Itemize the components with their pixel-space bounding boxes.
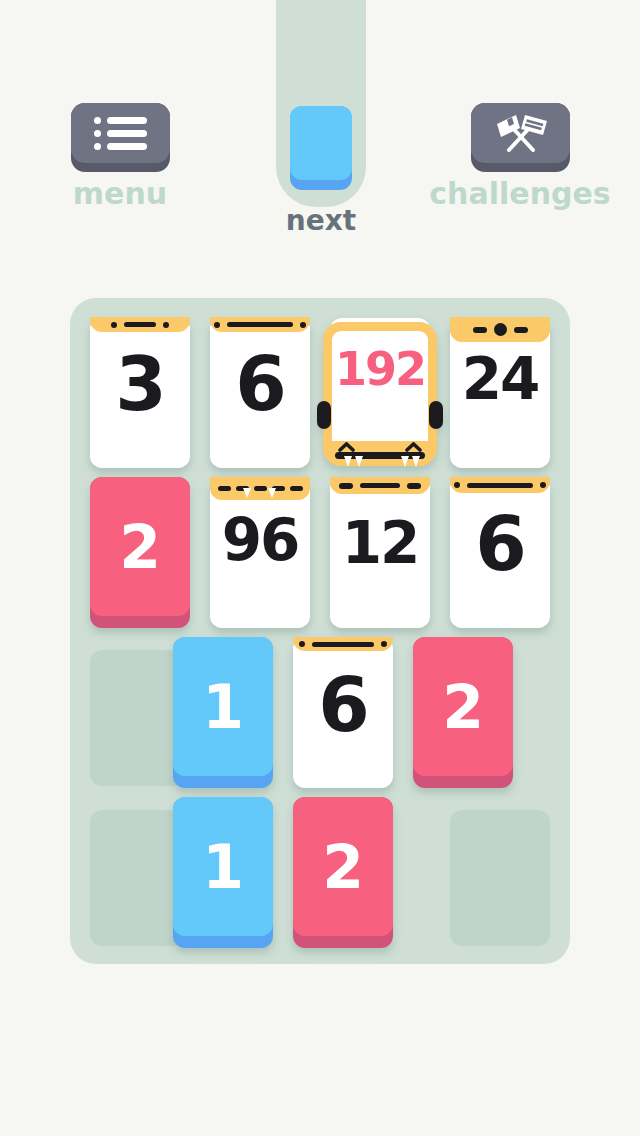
card-2-r3c2[interactable]: 2 — [293, 797, 393, 948]
menu-label: menu — [20, 176, 220, 211]
card-value: 2 — [119, 512, 161, 582]
card-96-r1c1[interactable]: 96 — [210, 477, 310, 628]
monster-eye-left — [338, 442, 355, 452]
card-face — [450, 477, 550, 493]
card-value: 1 — [202, 832, 244, 902]
next-card-tray — [276, 0, 366, 207]
challenges-button[interactable] — [471, 103, 570, 172]
card-face — [90, 317, 190, 332]
monster-eye-right — [405, 442, 422, 452]
challenges-label: challenges — [420, 176, 620, 211]
card-1-r3c1[interactable]: 1 — [173, 797, 273, 948]
card-1-r2c1[interactable]: 1 — [173, 637, 273, 788]
card-6-r1c3[interactable]: 6 — [450, 477, 550, 628]
next-card — [290, 106, 352, 190]
empty-slot-r3c3 — [450, 810, 550, 946]
card-192-r0c2[interactable]: 192 — [330, 317, 430, 468]
next-card-face — [290, 106, 352, 180]
card-2-r1c0[interactable]: 2 — [90, 477, 190, 628]
crossed-flags-icon — [492, 112, 550, 154]
card-6-r0c1[interactable]: 6 — [210, 317, 310, 468]
card-value: 192 — [330, 331, 430, 407]
card-face — [210, 317, 310, 332]
card-value: 12 — [330, 477, 430, 609]
card-value: 1 — [202, 672, 244, 742]
monster-ear-left — [317, 401, 331, 429]
menu-button[interactable] — [71, 103, 170, 172]
card-2-r2c3[interactable]: 2 — [413, 637, 513, 788]
card-face — [450, 317, 550, 342]
card-24-r0c3[interactable]: 24 — [450, 317, 550, 468]
card-value: 2 — [442, 672, 484, 742]
card-value: 6 — [293, 637, 393, 772]
card-value: 2 — [322, 832, 364, 902]
list-icon — [94, 117, 147, 150]
card-face — [293, 637, 393, 651]
card-value: 6 — [450, 477, 550, 610]
game-board[interactable]: 361922429612616212 — [70, 298, 570, 964]
threes-app: next menu challenges — [0, 0, 640, 1136]
card-face — [210, 477, 310, 500]
card-6-r2c2[interactable]: 6 — [293, 637, 393, 788]
card-value: 3 — [90, 317, 190, 451]
card-face — [330, 477, 430, 494]
card-value: 6 — [210, 317, 310, 451]
card-12-r1c2[interactable]: 12 — [330, 477, 430, 628]
monster-ear-right — [429, 401, 443, 429]
next-label: next — [241, 204, 401, 237]
card-3-r0c0[interactable]: 3 — [90, 317, 190, 468]
